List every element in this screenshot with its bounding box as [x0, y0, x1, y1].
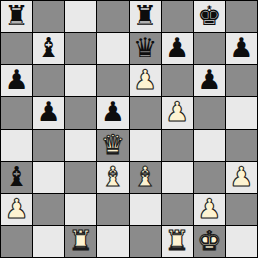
square-f2[interactable]	[162, 194, 193, 225]
square-f8[interactable]	[162, 1, 193, 32]
square-a5[interactable]	[1, 97, 32, 128]
square-c2[interactable]	[65, 194, 96, 225]
square-c5[interactable]	[65, 97, 96, 128]
square-c1[interactable]: ♜	[65, 226, 96, 257]
square-d3[interactable]: ♝	[97, 162, 128, 193]
white-pawn[interactable]: ♟	[165, 97, 189, 127]
square-b1[interactable]	[33, 226, 64, 257]
white-rook[interactable]: ♜	[69, 226, 93, 256]
square-d2[interactable]	[97, 194, 128, 225]
square-h6[interactable]	[226, 65, 257, 96]
black-pawn[interactable]: ♟	[101, 97, 125, 127]
white-rook[interactable]: ♜	[165, 226, 189, 256]
square-e5[interactable]	[130, 97, 161, 128]
black-bishop[interactable]: ♝	[37, 33, 61, 63]
square-b3[interactable]	[33, 162, 64, 193]
chess-board: ♜♜♚♝♛♟♟♟♟♟♟♟♟♛♝♝♝♟♟♟♜♜♚	[0, 0, 258, 258]
square-h3[interactable]: ♟	[226, 162, 257, 193]
black-pawn[interactable]: ♟	[229, 33, 253, 63]
white-pawn[interactable]: ♟	[133, 65, 157, 95]
square-b2[interactable]	[33, 194, 64, 225]
square-f4[interactable]	[162, 130, 193, 161]
square-a3[interactable]: ♝	[1, 162, 32, 193]
square-e7[interactable]: ♛	[130, 33, 161, 64]
square-f1[interactable]: ♜	[162, 226, 193, 257]
square-b6[interactable]	[33, 65, 64, 96]
black-pawn[interactable]: ♟	[4, 65, 28, 95]
square-g4[interactable]	[194, 130, 225, 161]
square-a6[interactable]: ♟	[1, 65, 32, 96]
black-pawn[interactable]: ♟	[197, 65, 221, 95]
square-d5[interactable]: ♟	[97, 97, 128, 128]
square-f5[interactable]: ♟	[162, 97, 193, 128]
black-queen[interactable]: ♛	[133, 33, 157, 63]
square-e8[interactable]: ♜	[130, 1, 161, 32]
square-b5[interactable]: ♟	[33, 97, 64, 128]
square-a1[interactable]	[1, 226, 32, 257]
black-bishop[interactable]: ♝	[4, 162, 28, 192]
white-bishop[interactable]: ♝	[133, 162, 157, 192]
square-d4[interactable]: ♛	[97, 130, 128, 161]
square-b4[interactable]	[33, 130, 64, 161]
square-h2[interactable]	[226, 194, 257, 225]
white-queen[interactable]: ♛	[101, 130, 125, 160]
square-h5[interactable]	[226, 97, 257, 128]
square-e1[interactable]	[130, 226, 161, 257]
black-rook[interactable]: ♜	[4, 1, 28, 31]
black-king[interactable]: ♚	[197, 1, 221, 31]
square-g1[interactable]: ♚	[194, 226, 225, 257]
square-g8[interactable]: ♚	[194, 1, 225, 32]
square-g3[interactable]	[194, 162, 225, 193]
square-e2[interactable]	[130, 194, 161, 225]
square-f7[interactable]: ♟	[162, 33, 193, 64]
square-g7[interactable]	[194, 33, 225, 64]
white-pawn[interactable]: ♟	[4, 194, 28, 224]
black-pawn[interactable]: ♟	[165, 33, 189, 63]
square-h1[interactable]	[226, 226, 257, 257]
square-c3[interactable]	[65, 162, 96, 193]
square-d8[interactable]	[97, 1, 128, 32]
square-d6[interactable]	[97, 65, 128, 96]
square-g2[interactable]: ♟	[194, 194, 225, 225]
square-e4[interactable]	[130, 130, 161, 161]
square-d7[interactable]	[97, 33, 128, 64]
square-a7[interactable]	[1, 33, 32, 64]
square-d1[interactable]	[97, 226, 128, 257]
white-king[interactable]: ♚	[197, 226, 221, 256]
square-a8[interactable]: ♜	[1, 1, 32, 32]
square-b7[interactable]: ♝	[33, 33, 64, 64]
black-pawn[interactable]: ♟	[37, 97, 61, 127]
square-h8[interactable]	[226, 1, 257, 32]
square-b8[interactable]	[33, 1, 64, 32]
square-f3[interactable]	[162, 162, 193, 193]
square-g5[interactable]	[194, 97, 225, 128]
white-pawn[interactable]: ♟	[197, 194, 221, 224]
square-c6[interactable]	[65, 65, 96, 96]
square-e3[interactable]: ♝	[130, 162, 161, 193]
white-pawn[interactable]: ♟	[229, 162, 253, 192]
square-e6[interactable]: ♟	[130, 65, 161, 96]
square-a4[interactable]	[1, 130, 32, 161]
square-h4[interactable]	[226, 130, 257, 161]
square-h7[interactable]: ♟	[226, 33, 257, 64]
square-f6[interactable]	[162, 65, 193, 96]
white-bishop[interactable]: ♝	[101, 162, 125, 192]
black-rook[interactable]: ♜	[133, 1, 157, 31]
square-c8[interactable]	[65, 1, 96, 32]
square-c4[interactable]	[65, 130, 96, 161]
square-a2[interactable]: ♟	[1, 194, 32, 225]
square-g6[interactable]: ♟	[194, 65, 225, 96]
square-c7[interactable]	[65, 33, 96, 64]
